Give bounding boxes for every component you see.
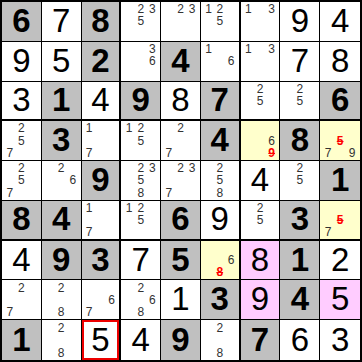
cell-r8c9[interactable]: 5	[320, 280, 360, 320]
candidate-6: 6	[67, 174, 79, 186]
candidate-3: 3	[186, 3, 198, 15]
given-digit: 9	[91, 163, 109, 196]
candidate-5: 5	[254, 214, 266, 226]
candidate-5: 5	[214, 15, 225, 27]
solved-digit: 4	[331, 4, 349, 37]
candidate-grid: 67	[84, 281, 118, 318]
candidate-8: 8	[55, 346, 67, 359]
solved-digit: 7	[291, 44, 309, 77]
cell-r1c8[interactable]: 9	[280, 2, 320, 42]
solved-digit: 8	[171, 83, 189, 116]
candidate-2: 2	[135, 122, 147, 134]
candidate-1: 1	[203, 3, 214, 15]
cell-r9c9[interactable]: 3	[320, 320, 360, 360]
cell-r4c6[interactable]: 4	[201, 121, 241, 161]
cell-r9c4[interactable]: 4	[121, 320, 161, 360]
cell-r6c2[interactable]: 4	[42, 201, 82, 241]
cell-r2c8[interactable]: 7	[280, 42, 320, 82]
candidate-grid: 17	[84, 202, 118, 238]
cell-r8c3[interactable]: 67	[82, 280, 122, 320]
candidate-7: 7	[4, 306, 16, 318]
candidate-grid: 17	[84, 122, 118, 159]
candidate-6: 6	[147, 294, 159, 306]
cell-r5c5[interactable]: 237	[161, 161, 201, 201]
cell-r3c5[interactable]: 8	[161, 82, 201, 122]
solved-digit: 9	[211, 202, 229, 235]
candidate-grid: 125	[123, 202, 158, 238]
cell-r6c4[interactable]: 125	[121, 201, 161, 241]
cell-r9c6[interactable]: 28	[201, 320, 241, 360]
cell-r4c1[interactable]: 257	[2, 121, 42, 161]
given-digit: 1	[331, 163, 349, 196]
given-digit: 3	[211, 282, 229, 315]
cell-r2c9[interactable]: 8	[320, 42, 360, 82]
candidate-grid: 235	[123, 3, 158, 40]
cell-r7c9[interactable]: 2	[320, 241, 360, 281]
cell-r4c8[interactable]: 8	[280, 121, 320, 161]
candidate-1: 1	[84, 202, 95, 214]
candidate-8: 8	[135, 306, 147, 318]
candidate-5: 5	[214, 174, 225, 186]
cell-r6c5[interactable]: 6	[161, 201, 201, 241]
cell-r1c7[interactable]: 13	[241, 2, 281, 42]
given-digit: 6	[331, 83, 349, 116]
given-digit: 1	[291, 243, 309, 276]
candidate-1: 1	[123, 202, 135, 214]
cell-r4c7[interactable]: 69	[241, 121, 281, 161]
candidate-5: 5	[16, 135, 28, 147]
cell-r5c6[interactable]: 258	[201, 161, 241, 201]
cell-r2c4[interactable]: 36	[121, 42, 161, 82]
given-digit: 8	[291, 123, 309, 156]
candidate-1: 1	[243, 43, 255, 55]
given-digit: 9	[171, 323, 189, 356]
cell-r5c3[interactable]: 9	[82, 161, 122, 201]
cell-r2c7[interactable]: 13	[241, 42, 281, 82]
cell-r8c4[interactable]: 268	[121, 280, 161, 320]
cell-r5c4[interactable]: 2358	[121, 161, 161, 201]
cell-r8c7[interactable]: 9	[241, 280, 281, 320]
candidate-9: 9	[346, 147, 358, 159]
cell-r9c2[interactable]: 28	[42, 320, 82, 360]
cell-r9c1[interactable]: 1	[2, 320, 42, 360]
cell-r2c2[interactable]: 5	[42, 42, 82, 82]
cell-r3c1[interactable]: 3	[2, 82, 42, 122]
cell-r1c3[interactable]: 8	[82, 2, 122, 42]
candidate-grid: 57	[322, 202, 358, 238]
given-digit: 3	[291, 202, 309, 235]
solved-digit: 3	[331, 323, 349, 356]
candidate-grid: 69	[243, 122, 278, 159]
candidate-5: 5	[294, 174, 306, 186]
candidate-grid: 257	[4, 122, 39, 159]
cell-r7c1[interactable]: 4	[2, 241, 42, 281]
candidate-2: 2	[55, 162, 67, 174]
solved-digit: 6	[291, 323, 309, 356]
candidate-6: 6	[225, 55, 236, 67]
candidate-5: 5	[135, 15, 147, 27]
candidate-2: 2	[294, 83, 306, 95]
candidate-7: 7	[4, 147, 16, 159]
candidate-grid: 68	[203, 242, 237, 279]
candidate-5: 5	[135, 214, 147, 226]
solved-digit: 3	[12, 83, 30, 116]
candidate-grid: 28	[44, 281, 79, 318]
sudoku-board: 6782352312513949523641613783149872525625…	[0, 0, 362, 362]
cell-r7c7[interactable]: 8	[241, 241, 281, 281]
cell-r9c8[interactable]: 6	[280, 320, 320, 360]
candidate-8: 8	[214, 346, 225, 359]
candidate-grid: 2358	[123, 162, 158, 199]
given-digit: 1	[52, 83, 70, 116]
cell-r8c8[interactable]: 4	[280, 280, 320, 320]
candidate-2: 2	[175, 3, 187, 15]
candidate-5: 5	[294, 95, 306, 107]
cell-r5c1[interactable]: 257	[2, 161, 42, 201]
candidate-6: 6	[266, 135, 278, 147]
given-digit: 8	[91, 4, 109, 37]
cell-r6c6[interactable]: 9	[201, 201, 241, 241]
candidate-grid: 28	[203, 321, 237, 359]
candidate-1: 1	[243, 3, 255, 15]
candidate-grid: 579	[322, 122, 358, 159]
cell-r9c5[interactable]: 9	[161, 320, 201, 360]
candidate-8: 8	[55, 306, 67, 318]
solved-digit: 4	[132, 323, 150, 356]
cell-r3c4[interactable]: 9	[121, 82, 161, 122]
cell-r1c9[interactable]: 4	[320, 2, 360, 42]
candidate-2: 2	[55, 281, 67, 293]
solved-digit: 5	[91, 323, 109, 356]
given-digit: 7	[211, 83, 229, 116]
given-digit: 4	[52, 202, 70, 235]
candidate-2: 2	[254, 83, 266, 95]
cell-r7c5[interactable]: 5	[161, 241, 201, 281]
cell-r1c5[interactable]: 23	[161, 2, 201, 42]
solved-digit: 9	[251, 282, 269, 315]
cell-r9c7[interactable]: 7	[241, 320, 281, 360]
candidate-3: 3	[147, 162, 159, 174]
cell-r3c8[interactable]: 25	[280, 82, 320, 122]
candidate-grid: 268	[123, 281, 158, 318]
cell-r2c1[interactable]: 9	[2, 42, 42, 82]
solved-digit: 9	[12, 44, 30, 77]
candidate-7: 7	[84, 226, 95, 238]
candidate-1: 1	[84, 122, 95, 134]
candidate-2: 2	[135, 281, 147, 293]
candidate-2: 2	[175, 122, 187, 134]
eliminated-candidate-8: 8	[214, 266, 225, 278]
eliminated-candidate-9: 9	[266, 147, 278, 159]
given-digit: 9	[52, 243, 70, 276]
solved-digit: 8	[331, 44, 349, 77]
cell-r6c7[interactable]: 25	[241, 201, 281, 241]
candidate-2: 2	[16, 122, 28, 134]
given-digit: 4	[211, 123, 229, 156]
cell-r7c2[interactable]: 9	[42, 241, 82, 281]
solved-digit: 1	[171, 282, 189, 315]
candidate-5: 5	[16, 174, 28, 186]
eliminated-candidate-5: 5	[334, 214, 346, 226]
candidate-grid: 25	[282, 162, 317, 199]
cell-r1c2[interactable]: 7	[42, 2, 82, 42]
candidate-1: 1	[123, 122, 135, 134]
candidate-5: 5	[254, 95, 266, 107]
cell-r4c4[interactable]: 125	[121, 121, 161, 161]
cell-r5c8[interactable]: 25	[280, 161, 320, 201]
candidate-5: 5	[135, 135, 147, 147]
candidate-3: 3	[266, 3, 278, 15]
candidate-grid: 237	[163, 162, 198, 199]
candidate-7: 7	[4, 187, 16, 199]
candidate-6: 6	[147, 55, 159, 67]
cell-r1c6[interactable]: 125	[201, 2, 241, 42]
cell-r5c9[interactable]: 1	[320, 161, 360, 201]
given-digit: 6	[171, 202, 189, 235]
cell-r4c2[interactable]: 3	[42, 121, 82, 161]
eliminated-candidate-5: 5	[334, 135, 346, 147]
candidate-grid: 13	[243, 3, 278, 40]
cell-r5c7[interactable]: 4	[241, 161, 281, 201]
solved-digit: 9	[291, 4, 309, 37]
cell-r8c6[interactable]: 3	[201, 280, 241, 320]
cell-r1c1[interactable]: 6	[2, 2, 42, 42]
candidate-6: 6	[225, 254, 236, 266]
given-digit: 7	[251, 323, 269, 356]
cell-r3c2[interactable]: 1	[42, 82, 82, 122]
candidate-7: 7	[322, 226, 334, 238]
candidate-2: 2	[55, 321, 67, 334]
solved-digit: 5	[331, 282, 349, 315]
candidate-grid: 23	[163, 3, 198, 40]
candidate-8: 8	[214, 187, 225, 199]
given-digit: 3	[52, 123, 70, 156]
candidate-2: 2	[16, 281, 28, 293]
candidate-grid: 125	[123, 122, 158, 159]
cell-r8c2[interactable]: 28	[42, 280, 82, 320]
cell-r4c5[interactable]: 27	[161, 121, 201, 161]
given-digit: 4	[171, 44, 189, 77]
candidate-grid: 16	[203, 43, 237, 80]
cell-r7c8[interactable]: 1	[280, 241, 320, 281]
candidate-grid: 26	[44, 162, 79, 199]
cell-r7c3[interactable]: 3	[82, 241, 122, 281]
solved-digit: 7	[52, 4, 70, 37]
candidate-3: 3	[147, 3, 159, 15]
given-digit: 2	[91, 44, 109, 77]
candidate-7: 7	[163, 187, 175, 199]
given-digit: 9	[132, 83, 150, 116]
cell-r6c1[interactable]: 8	[2, 201, 42, 241]
candidate-grid: 28	[44, 321, 79, 359]
candidate-3: 3	[266, 43, 278, 55]
candidate-1: 1	[203, 43, 214, 55]
candidate-grid: 27	[163, 122, 198, 159]
cell-r3c9[interactable]: 6	[320, 82, 360, 122]
cell-r3c7[interactable]: 25	[241, 82, 281, 122]
candidate-7: 7	[163, 147, 175, 159]
candidate-grid: 13	[243, 43, 278, 80]
candidate-7: 7	[322, 147, 334, 159]
candidate-grid: 36	[123, 43, 158, 80]
candidate-grid: 125	[203, 3, 237, 40]
candidate-grid: 25	[243, 202, 278, 238]
given-digit: 3	[91, 243, 109, 276]
cell-r5c2[interactable]: 26	[42, 161, 82, 201]
cell-r2c3[interactable]: 2	[82, 42, 122, 82]
cell-r7c4[interactable]: 7	[121, 241, 161, 281]
given-digit: 4	[291, 282, 309, 315]
cell-r9c3[interactable]: 5	[82, 320, 122, 360]
cell-r2c6[interactable]: 16	[201, 42, 241, 82]
candidate-7: 7	[84, 147, 95, 159]
cell-r6c9[interactable]: 57	[320, 201, 360, 241]
cell-r6c8[interactable]: 3	[280, 201, 320, 241]
candidate-3: 3	[186, 162, 198, 174]
solved-digit: 7	[132, 243, 150, 276]
candidate-8: 8	[135, 187, 147, 199]
cell-r3c3[interactable]: 4	[82, 82, 122, 122]
candidate-7: 7	[84, 306, 95, 318]
cell-r4c3[interactable]: 17	[82, 121, 122, 161]
candidate-grid: 25	[243, 83, 278, 119]
candidate-2: 2	[175, 162, 187, 174]
cell-r8c5[interactable]: 1	[161, 280, 201, 320]
candidate-grid: 258	[203, 162, 237, 199]
cell-r2c5[interactable]: 4	[161, 42, 201, 82]
cell-r1c4[interactable]: 235	[121, 2, 161, 42]
solved-digit: 2	[331, 243, 349, 276]
cell-r3c6[interactable]: 7	[201, 82, 241, 122]
given-digit: 6	[12, 4, 30, 37]
given-digit: 8	[12, 202, 30, 235]
solved-digit: 4	[251, 163, 269, 196]
solved-digit: 4	[12, 243, 30, 276]
cell-r6c3[interactable]: 17	[82, 201, 122, 241]
candidate-5: 5	[135, 174, 147, 186]
cell-r8c1[interactable]: 27	[2, 280, 42, 320]
candidate-grid: 27	[4, 281, 39, 318]
solved-digit: 8	[251, 243, 269, 276]
solved-digit: 5	[52, 44, 70, 77]
candidate-6: 6	[106, 294, 117, 306]
cell-r7c6[interactable]: 68	[201, 241, 241, 281]
candidate-2: 2	[214, 321, 225, 334]
candidate-grid: 25	[282, 83, 317, 119]
given-digit: 5	[171, 243, 189, 276]
solved-digit: 4	[91, 83, 109, 116]
cell-r4c9[interactable]: 579	[320, 121, 360, 161]
candidate-grid: 257	[4, 162, 39, 199]
given-digit: 1	[12, 323, 30, 356]
